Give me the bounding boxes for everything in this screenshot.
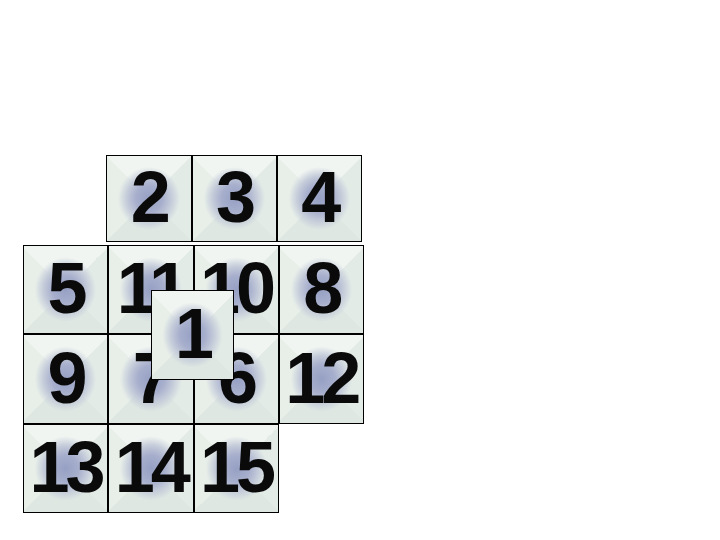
tile-12[interactable]: 12 bbox=[279, 334, 364, 424]
moving-tile-label: 1 bbox=[175, 299, 210, 369]
tile-8[interactable]: 8 bbox=[279, 245, 364, 335]
tile-label: 3 bbox=[216, 161, 252, 233]
tile-label: 8 bbox=[303, 252, 339, 324]
tile-label: 2 bbox=[131, 161, 167, 233]
tile-2[interactable]: 2 bbox=[106, 155, 191, 242]
moving-tile-1[interactable]: 1 bbox=[151, 290, 234, 380]
tile-5[interactable]: 5 bbox=[23, 245, 108, 335]
tile-label: 9 bbox=[48, 342, 84, 414]
tile-4[interactable]: 4 bbox=[277, 155, 362, 242]
tile-label: 5 bbox=[48, 252, 84, 324]
puzzle-screenshot: 23451110897612131415 1 bbox=[0, 0, 720, 540]
tile-label: 4 bbox=[301, 161, 337, 233]
tile-label: 12 bbox=[285, 342, 357, 414]
tile-9[interactable]: 9 bbox=[23, 334, 108, 424]
tile-label: 15 bbox=[200, 431, 272, 503]
tile-3[interactable]: 3 bbox=[192, 155, 277, 242]
tile-label: 13 bbox=[30, 431, 102, 503]
tile-13[interactable]: 13 bbox=[23, 424, 108, 514]
tile-14[interactable]: 14 bbox=[108, 424, 193, 514]
tile-15[interactable]: 15 bbox=[194, 424, 279, 514]
tile-label: 14 bbox=[115, 431, 187, 503]
